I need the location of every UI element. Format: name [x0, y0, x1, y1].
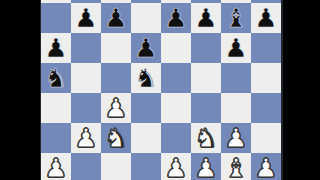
piece-black-knight-a5[interactable]: ♞	[44, 63, 67, 93]
piece-white-knight-f3[interactable]: ♞	[194, 123, 217, 153]
square-f5[interactable]	[191, 63, 221, 93]
square-h4[interactable]	[251, 93, 281, 123]
square-b7[interactable]: ♟	[71, 3, 101, 33]
square-e3[interactable]	[161, 123, 191, 153]
square-h2[interactable]: ♟	[251, 153, 281, 180]
square-d3[interactable]	[131, 123, 161, 153]
square-g7[interactable]: ♝	[221, 3, 251, 33]
piece-black-knight-d5[interactable]: ♞	[134, 63, 157, 93]
piece-white-pawn-e2[interactable]: ♟	[164, 153, 187, 180]
square-d7[interactable]	[131, 3, 161, 33]
square-a2[interactable]: ♟	[41, 153, 71, 180]
square-b6[interactable]	[71, 33, 101, 63]
square-h5[interactable]	[251, 63, 281, 93]
square-d4[interactable]	[131, 93, 161, 123]
square-b3[interactable]: ♟	[71, 123, 101, 153]
square-c4[interactable]: ♟	[101, 93, 131, 123]
square-g5[interactable]	[221, 63, 251, 93]
square-a7[interactable]	[41, 3, 71, 33]
piece-black-pawn-c7[interactable]: ♟	[104, 3, 127, 33]
piece-white-bishop-g2[interactable]: ♝	[224, 153, 247, 180]
square-c6[interactable]	[101, 33, 131, 63]
square-b4[interactable]	[71, 93, 101, 123]
square-f7[interactable]: ♟	[191, 3, 221, 33]
square-a5[interactable]: ♞	[41, 63, 71, 93]
square-h7[interactable]: ♟	[251, 3, 281, 33]
square-c3[interactable]: ♞	[101, 123, 131, 153]
piece-black-pawn-d6[interactable]: ♟	[134, 33, 157, 63]
square-h6[interactable]	[251, 33, 281, 63]
piece-black-bishop-g7[interactable]: ♝	[224, 3, 247, 33]
piece-white-knight-c3[interactable]: ♞	[104, 123, 127, 153]
piece-white-pawn-b3[interactable]: ♟	[74, 123, 97, 153]
piece-white-pawn-h2[interactable]: ♟	[254, 153, 277, 180]
square-g3[interactable]: ♟	[221, 123, 251, 153]
square-e2[interactable]: ♟	[161, 153, 191, 180]
square-a3[interactable]	[41, 123, 71, 153]
square-e5[interactable]	[161, 63, 191, 93]
square-f3[interactable]: ♞	[191, 123, 221, 153]
square-b5[interactable]	[71, 63, 101, 93]
piece-white-pawn-f2[interactable]: ♟	[194, 153, 217, 180]
square-h3[interactable]	[251, 123, 281, 153]
square-a4[interactable]	[41, 93, 71, 123]
piece-black-pawn-e7[interactable]: ♟	[164, 3, 187, 33]
piece-white-pawn-a2[interactable]: ♟	[44, 153, 67, 180]
piece-white-pawn-g3[interactable]: ♟	[224, 123, 247, 153]
square-f4[interactable]	[191, 93, 221, 123]
piece-black-pawn-a6[interactable]: ♟	[44, 33, 67, 63]
screenshot-root: ♜♝♛♜♚♟♟♟♟♝♟♟♟♟♞♞♟♟♞♞♟♟♟♟♝♟♜♝♛♜♚	[0, 0, 320, 180]
square-a6[interactable]: ♟	[41, 33, 71, 63]
chess-board: ♜♝♛♜♚♟♟♟♟♝♟♟♟♟♞♞♟♟♞♞♟♟♟♟♝♟♜♝♛♜♚	[40, 0, 283, 180]
square-b2[interactable]	[71, 153, 101, 180]
square-c5[interactable]	[101, 63, 131, 93]
piece-white-pawn-c4[interactable]: ♟	[104, 93, 127, 123]
square-g6[interactable]: ♟	[221, 33, 251, 63]
square-d2[interactable]	[131, 153, 161, 180]
piece-black-pawn-f7[interactable]: ♟	[194, 3, 217, 33]
square-e6[interactable]	[161, 33, 191, 63]
piece-black-pawn-g6[interactable]: ♟	[224, 33, 247, 63]
piece-black-pawn-h7[interactable]: ♟	[254, 3, 277, 33]
square-f2[interactable]: ♟	[191, 153, 221, 180]
square-c7[interactable]: ♟	[101, 3, 131, 33]
square-d5[interactable]: ♞	[131, 63, 161, 93]
square-e7[interactable]: ♟	[161, 3, 191, 33]
square-c2[interactable]	[101, 153, 131, 180]
square-e4[interactable]	[161, 93, 191, 123]
square-g2[interactable]: ♝	[221, 153, 251, 180]
square-d6[interactable]: ♟	[131, 33, 161, 63]
square-f6[interactable]	[191, 33, 221, 63]
piece-black-pawn-b7[interactable]: ♟	[74, 3, 97, 33]
square-g4[interactable]	[221, 93, 251, 123]
